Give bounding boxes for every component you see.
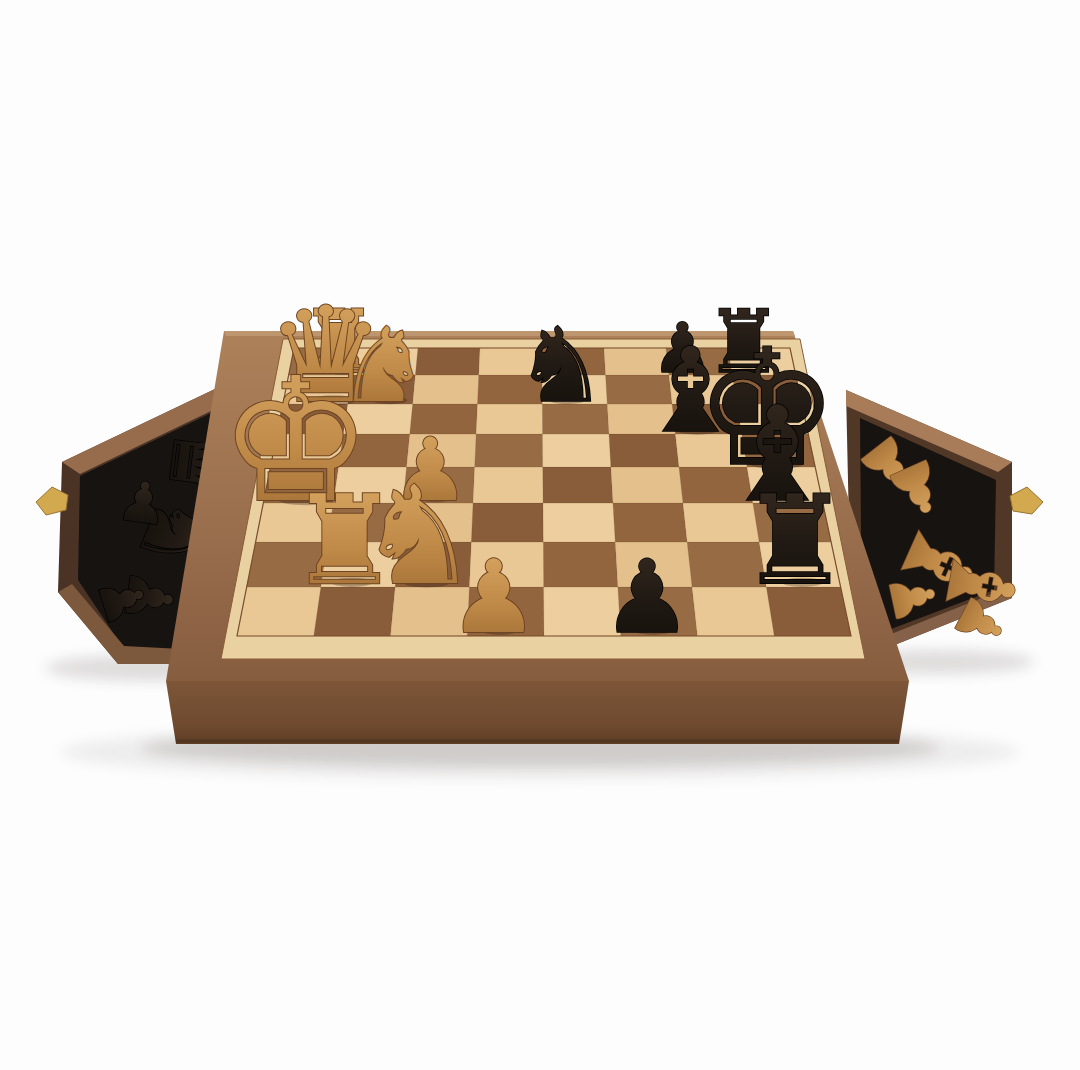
piece-white-pawn-d1: ♟ (448, 538, 539, 656)
piece-black-rook-h2: ♜ (740, 469, 850, 612)
box-front-face (166, 681, 909, 744)
square-e4 (543, 467, 613, 503)
square-f4 (611, 467, 683, 503)
chess-set-photo: ♛♞♟♟♟ ♟♟♝♝♟♟ ♜♟♜♛♞♞♝♚♚♟♝♜♞♜♟♟ (0, 0, 1080, 1070)
scene-svg: ♛♞♟♟♟ ♟♟♝♝♟♟ ♜♟♜♛♞♞♝♚♚♟♝♜♞♜♟♟ (0, 0, 1080, 1070)
square-d3 (471, 503, 543, 542)
captured-black-pawn: ♟ (113, 467, 172, 538)
square-f3 (613, 503, 687, 542)
square-e3 (543, 503, 615, 542)
square-d4 (473, 467, 543, 503)
piece-black-knight-e7: ♞ (515, 305, 607, 425)
piece-black-pawn-f1: ♟ (602, 538, 693, 656)
square-e5 (543, 434, 611, 467)
square-d5 (475, 434, 543, 467)
